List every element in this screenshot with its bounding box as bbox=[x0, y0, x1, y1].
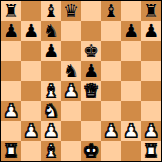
square-c3[interactable]: ♞ bbox=[41, 101, 61, 121]
square-h6[interactable] bbox=[141, 41, 161, 61]
black-pawn[interactable]: ♟ bbox=[143, 21, 159, 41]
black-rook[interactable]: ♜ bbox=[3, 1, 19, 21]
square-h7[interactable]: ♟ bbox=[141, 21, 161, 41]
square-e6[interactable]: ♚ bbox=[81, 41, 101, 61]
white-pawn[interactable]: ♟ bbox=[23, 121, 39, 141]
square-b6[interactable] bbox=[21, 41, 41, 61]
square-a6[interactable] bbox=[1, 41, 21, 61]
square-f4[interactable] bbox=[101, 81, 121, 101]
white-pawn[interactable]: ♟ bbox=[3, 101, 19, 121]
square-d5[interactable]: ♞ bbox=[61, 61, 81, 81]
black-pawn[interactable]: ♟ bbox=[83, 61, 99, 81]
black-pawn[interactable]: ♟ bbox=[23, 21, 39, 41]
white-pawn[interactable]: ♟ bbox=[123, 121, 139, 141]
square-g8[interactable] bbox=[121, 1, 141, 21]
square-h8[interactable]: ♜ bbox=[141, 1, 161, 21]
square-b5[interactable] bbox=[21, 61, 41, 81]
white-bishop[interactable]: ♝ bbox=[43, 81, 59, 101]
square-b8[interactable] bbox=[21, 1, 41, 21]
square-h2[interactable]: ♟ bbox=[141, 121, 161, 141]
square-g3[interactable] bbox=[121, 101, 141, 121]
square-c4[interactable]: ♝ bbox=[41, 81, 61, 101]
square-c6[interactable]: ♟ bbox=[41, 41, 61, 61]
black-pawn[interactable]: ♟ bbox=[43, 41, 59, 61]
square-f6[interactable] bbox=[101, 41, 121, 61]
square-d3[interactable] bbox=[61, 101, 81, 121]
square-g6[interactable] bbox=[121, 41, 141, 61]
square-g1[interactable] bbox=[121, 141, 141, 161]
square-f7[interactable] bbox=[101, 21, 121, 41]
black-king[interactable]: ♚ bbox=[83, 41, 99, 61]
square-d8[interactable]: ♛ bbox=[61, 1, 81, 21]
square-c8[interactable]: ♝ bbox=[41, 1, 61, 21]
square-a1[interactable]: ♜ bbox=[1, 141, 21, 161]
square-d6[interactable] bbox=[61, 41, 81, 61]
square-d2[interactable] bbox=[61, 121, 81, 141]
square-e4[interactable]: ♛ bbox=[81, 81, 101, 101]
black-queen[interactable]: ♛ bbox=[63, 1, 79, 21]
square-a7[interactable]: ♟ bbox=[1, 21, 21, 41]
black-bishop[interactable]: ♝ bbox=[103, 1, 119, 21]
white-pawn[interactable]: ♟ bbox=[63, 81, 79, 101]
black-knight[interactable]: ♞ bbox=[43, 21, 59, 41]
white-pawn[interactable]: ♟ bbox=[103, 121, 119, 141]
white-knight[interactable]: ♞ bbox=[43, 101, 59, 121]
square-h4[interactable] bbox=[141, 81, 161, 101]
square-b1[interactable] bbox=[21, 141, 41, 161]
square-d7[interactable] bbox=[61, 21, 81, 41]
white-king[interactable]: ♚ bbox=[83, 141, 99, 161]
square-c5[interactable] bbox=[41, 61, 61, 81]
square-e7[interactable] bbox=[81, 21, 101, 41]
square-c2[interactable]: ♟ bbox=[41, 121, 61, 141]
square-f2[interactable]: ♟ bbox=[101, 121, 121, 141]
square-e2[interactable] bbox=[81, 121, 101, 141]
square-f3[interactable] bbox=[101, 101, 121, 121]
square-b3[interactable] bbox=[21, 101, 41, 121]
square-c7[interactable]: ♞ bbox=[41, 21, 61, 41]
black-knight[interactable]: ♞ bbox=[63, 61, 79, 81]
square-a3[interactable]: ♟ bbox=[1, 101, 21, 121]
square-e1[interactable]: ♚ bbox=[81, 141, 101, 161]
black-pawn[interactable]: ♟ bbox=[123, 21, 139, 41]
white-rook[interactable]: ♜ bbox=[143, 141, 159, 161]
square-f5[interactable] bbox=[101, 61, 121, 81]
black-bishop[interactable]: ♝ bbox=[43, 1, 59, 21]
square-g5[interactable] bbox=[121, 61, 141, 81]
square-d4[interactable]: ♟ bbox=[61, 81, 81, 101]
black-pawn[interactable]: ♟ bbox=[3, 21, 19, 41]
square-b4[interactable] bbox=[21, 81, 41, 101]
square-e5[interactable]: ♟ bbox=[81, 61, 101, 81]
square-d1[interactable] bbox=[61, 141, 81, 161]
square-g4[interactable] bbox=[121, 81, 141, 101]
white-pawn[interactable]: ♟ bbox=[43, 121, 59, 141]
square-h1[interactable]: ♜ bbox=[141, 141, 161, 161]
chess-board: ♜♝♛♝♜♟♟♞♟♟♟♚♞♟♝♟♛♟♞♟♟♟♟♟♜♝♚♜ bbox=[0, 0, 162, 162]
square-c1[interactable]: ♝ bbox=[41, 141, 61, 161]
square-a8[interactable]: ♜ bbox=[1, 1, 21, 21]
square-e8[interactable] bbox=[81, 1, 101, 21]
square-g7[interactable]: ♟ bbox=[121, 21, 141, 41]
white-rook[interactable]: ♜ bbox=[3, 141, 19, 161]
black-rook[interactable]: ♜ bbox=[143, 1, 159, 21]
square-a5[interactable] bbox=[1, 61, 21, 81]
white-bishop[interactable]: ♝ bbox=[43, 141, 59, 161]
square-f1[interactable] bbox=[101, 141, 121, 161]
square-f8[interactable]: ♝ bbox=[101, 1, 121, 21]
square-h3[interactable] bbox=[141, 101, 161, 121]
white-queen[interactable]: ♛ bbox=[83, 81, 99, 101]
square-h5[interactable] bbox=[141, 61, 161, 81]
square-g2[interactable]: ♟ bbox=[121, 121, 141, 141]
white-pawn[interactable]: ♟ bbox=[143, 121, 159, 141]
square-a4[interactable] bbox=[1, 81, 21, 101]
square-a2[interactable] bbox=[1, 121, 21, 141]
square-e3[interactable] bbox=[81, 101, 101, 121]
square-b2[interactable]: ♟ bbox=[21, 121, 41, 141]
square-b7[interactable]: ♟ bbox=[21, 21, 41, 41]
